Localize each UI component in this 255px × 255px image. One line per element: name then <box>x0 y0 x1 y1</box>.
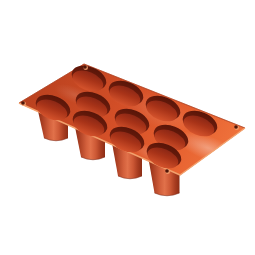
hanging-hole <box>21 101 25 105</box>
product-image-canvas <box>0 0 255 255</box>
hanging-hole <box>83 65 87 69</box>
hanging-hole <box>165 169 169 173</box>
hanging-hole <box>234 125 238 129</box>
silicone-mould-product-photo <box>0 0 255 255</box>
